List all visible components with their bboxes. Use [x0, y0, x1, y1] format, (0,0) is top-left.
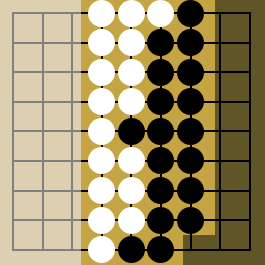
intersection[interactable]	[205, 146, 235, 176]
intersection[interactable]	[57, 57, 87, 87]
intersection[interactable]	[28, 28, 58, 58]
intersection[interactable]	[176, 87, 206, 117]
intersection[interactable]	[146, 146, 176, 176]
black-stone	[177, 59, 204, 86]
intersection[interactable]	[28, 146, 58, 176]
black-stone	[118, 236, 145, 263]
intersection[interactable]	[176, 117, 206, 147]
black-stone	[147, 207, 174, 234]
intersection[interactable]	[28, 205, 58, 235]
intersection[interactable]	[57, 28, 87, 58]
white-stone	[88, 0, 115, 27]
intersection[interactable]	[87, 87, 117, 117]
intersection[interactable]	[235, 235, 265, 265]
intersection[interactable]	[0, 57, 28, 87]
white-stone	[88, 29, 115, 56]
black-stone	[147, 29, 174, 56]
white-stone	[118, 29, 145, 56]
intersection[interactable]	[205, 235, 235, 265]
intersection[interactable]	[28, 176, 58, 206]
white-stone	[88, 147, 115, 174]
black-stone	[177, 29, 204, 56]
intersection[interactable]	[117, 146, 147, 176]
intersection[interactable]	[28, 57, 58, 87]
intersection[interactable]	[0, 87, 28, 117]
black-stone	[147, 147, 174, 174]
intersection[interactable]	[0, 235, 28, 265]
intersection[interactable]	[205, 176, 235, 206]
intersection[interactable]	[117, 0, 147, 28]
white-stone	[88, 118, 115, 145]
white-stone	[88, 88, 115, 115]
white-stone	[118, 177, 145, 204]
intersection[interactable]	[87, 117, 117, 147]
intersection[interactable]	[235, 87, 265, 117]
intersection[interactable]	[205, 205, 235, 235]
intersection[interactable]	[0, 28, 28, 58]
black-stone	[147, 118, 174, 145]
white-stone	[118, 88, 145, 115]
white-stone	[88, 59, 115, 86]
black-stone	[147, 59, 174, 86]
intersection[interactable]	[57, 235, 87, 265]
intersection[interactable]	[205, 57, 235, 87]
black-stone	[177, 147, 204, 174]
black-stone	[147, 177, 174, 204]
white-stone	[118, 147, 145, 174]
white-stone	[118, 59, 145, 86]
black-stone	[177, 88, 204, 115]
intersection[interactable]	[87, 57, 117, 87]
white-stone	[118, 0, 145, 27]
intersection[interactable]	[176, 205, 206, 235]
intersection[interactable]	[117, 176, 147, 206]
intersection[interactable]	[28, 0, 58, 28]
intersection[interactable]	[205, 117, 235, 147]
intersection[interactable]	[146, 57, 176, 87]
stones-layer	[0, 0, 265, 265]
intersection[interactable]	[176, 0, 206, 28]
intersection[interactable]	[87, 146, 117, 176]
black-stone	[177, 0, 204, 27]
black-stone	[177, 207, 204, 234]
intersection[interactable]	[146, 235, 176, 265]
black-stone	[177, 177, 204, 204]
intersection[interactable]	[146, 117, 176, 147]
go-board	[0, 0, 265, 265]
intersection[interactable]	[235, 176, 265, 206]
intersection[interactable]	[28, 235, 58, 265]
intersection[interactable]	[235, 0, 265, 28]
intersection[interactable]	[0, 117, 28, 147]
intersection[interactable]	[146, 87, 176, 117]
intersection[interactable]	[176, 28, 206, 58]
intersection[interactable]	[57, 205, 87, 235]
intersection[interactable]	[87, 0, 117, 28]
white-stone	[147, 0, 174, 27]
intersection[interactable]	[57, 146, 87, 176]
intersection[interactable]	[0, 205, 28, 235]
intersection[interactable]	[87, 235, 117, 265]
intersection[interactable]	[235, 28, 265, 58]
intersection[interactable]	[235, 146, 265, 176]
intersection[interactable]	[176, 176, 206, 206]
white-stone	[88, 207, 115, 234]
intersection[interactable]	[176, 235, 206, 265]
intersection[interactable]	[28, 87, 58, 117]
black-stone	[147, 236, 174, 263]
intersection[interactable]	[235, 205, 265, 235]
intersection[interactable]	[205, 87, 235, 117]
intersection[interactable]	[57, 117, 87, 147]
intersection[interactable]	[57, 176, 87, 206]
intersection[interactable]	[87, 205, 117, 235]
intersection[interactable]	[117, 28, 147, 58]
intersection[interactable]	[0, 146, 28, 176]
intersection[interactable]	[117, 57, 147, 87]
intersection[interactable]	[146, 205, 176, 235]
intersection[interactable]	[146, 28, 176, 58]
intersection[interactable]	[205, 0, 235, 28]
intersection[interactable]	[0, 0, 28, 28]
intersection[interactable]	[117, 235, 147, 265]
black-stone	[118, 118, 145, 145]
intersection[interactable]	[0, 176, 28, 206]
intersection[interactable]	[176, 146, 206, 176]
white-stone	[88, 177, 115, 204]
intersection[interactable]	[235, 117, 265, 147]
black-stone	[147, 88, 174, 115]
black-stone	[177, 118, 204, 145]
intersection[interactable]	[117, 205, 147, 235]
intersection[interactable]	[117, 87, 147, 117]
intersection[interactable]	[117, 117, 147, 147]
intersection[interactable]	[57, 87, 87, 117]
white-stone	[118, 207, 145, 234]
intersection[interactable]	[87, 176, 117, 206]
intersection[interactable]	[235, 57, 265, 87]
intersection[interactable]	[28, 117, 58, 147]
intersection[interactable]	[205, 28, 235, 58]
intersection[interactable]	[146, 0, 176, 28]
intersection[interactable]	[146, 176, 176, 206]
intersection[interactable]	[57, 0, 87, 28]
intersection[interactable]	[87, 28, 117, 58]
intersection[interactable]	[176, 57, 206, 87]
white-stone	[88, 236, 115, 263]
